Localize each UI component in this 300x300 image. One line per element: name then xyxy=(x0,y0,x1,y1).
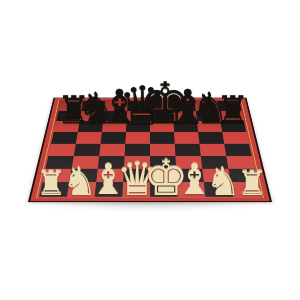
square-a4[interactable] xyxy=(48,144,75,156)
piece-black-rook-h8[interactable]: ♜ xyxy=(216,91,250,129)
square-h4[interactable] xyxy=(224,144,251,156)
piece-white-knight-g1[interactable]: ♞ xyxy=(206,162,241,201)
piece-white-rook-h1[interactable]: ♜ xyxy=(237,166,267,200)
square-g4[interactable] xyxy=(199,144,226,156)
square-a5[interactable] xyxy=(51,132,78,144)
product-photo: ♜♞♝♛♚♝♞♜♜♞♝♛♚♝♞♜ xyxy=(0,0,300,300)
square-h5[interactable] xyxy=(222,132,249,144)
square-b4[interactable] xyxy=(74,144,101,156)
